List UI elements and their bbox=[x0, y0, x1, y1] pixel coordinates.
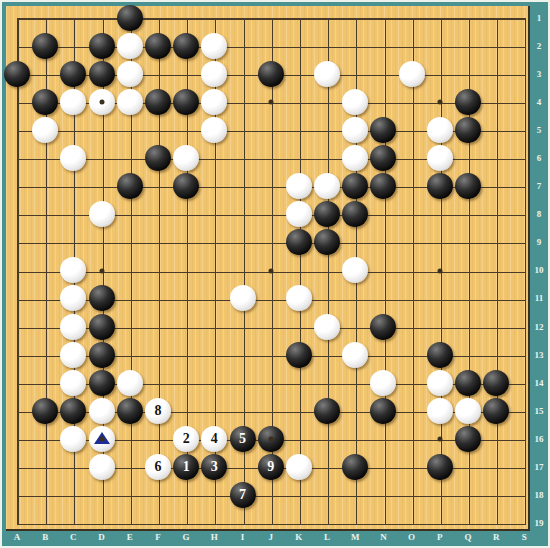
intersection-Q5[interactable] bbox=[454, 116, 482, 144]
intersection-Q16[interactable] bbox=[454, 425, 482, 453]
intersection-G8[interactable] bbox=[172, 200, 200, 228]
intersection-M17[interactable] bbox=[341, 453, 369, 481]
intersection-G2[interactable] bbox=[172, 32, 200, 60]
intersection-Q3[interactable] bbox=[454, 60, 482, 88]
intersection-J12[interactable] bbox=[257, 313, 285, 341]
stone-white-I11[interactable] bbox=[230, 285, 256, 311]
intersection-D5[interactable] bbox=[87, 116, 115, 144]
intersection-B14[interactable] bbox=[31, 369, 59, 397]
intersection-E7[interactable] bbox=[116, 172, 144, 200]
intersection-L18[interactable] bbox=[313, 481, 341, 509]
stone-black-L15[interactable] bbox=[314, 398, 340, 424]
intersection-E6[interactable] bbox=[116, 144, 144, 172]
stone-black-Q7[interactable] bbox=[455, 173, 481, 199]
stone-white-Q15[interactable] bbox=[455, 398, 481, 424]
intersection-I5[interactable] bbox=[228, 116, 256, 144]
stone-black-K9[interactable] bbox=[286, 229, 312, 255]
stone-white-D8[interactable] bbox=[89, 201, 115, 227]
intersection-K12[interactable] bbox=[285, 313, 313, 341]
intersection-L4[interactable] bbox=[313, 88, 341, 116]
intersection-B2[interactable] bbox=[31, 32, 59, 60]
stone-white-C13[interactable] bbox=[60, 342, 86, 368]
intersection-Q1[interactable] bbox=[454, 4, 482, 32]
stone-black-R14[interactable] bbox=[483, 370, 509, 396]
intersection-A7[interactable] bbox=[3, 172, 31, 200]
intersection-B4[interactable] bbox=[31, 88, 59, 116]
intersection-Q6[interactable] bbox=[454, 144, 482, 172]
stone-white-M5[interactable] bbox=[342, 117, 368, 143]
stone-white-M10[interactable] bbox=[342, 257, 368, 283]
intersection-F18[interactable] bbox=[144, 481, 172, 509]
stone-black-P13[interactable] bbox=[427, 342, 453, 368]
intersection-P12[interactable] bbox=[426, 313, 454, 341]
intersection-K14[interactable] bbox=[285, 369, 313, 397]
stone-white-O3[interactable] bbox=[399, 61, 425, 87]
intersection-F12[interactable] bbox=[144, 313, 172, 341]
intersection-M3[interactable] bbox=[341, 60, 369, 88]
intersection-K4[interactable] bbox=[285, 88, 313, 116]
intersection-F8[interactable] bbox=[144, 200, 172, 228]
intersection-J9[interactable] bbox=[257, 228, 285, 256]
intersection-C10[interactable] bbox=[59, 256, 87, 284]
intersection-L15[interactable] bbox=[313, 397, 341, 425]
intersection-F6[interactable] bbox=[144, 144, 172, 172]
intersection-D13[interactable] bbox=[87, 341, 115, 369]
intersection-G10[interactable] bbox=[172, 256, 200, 284]
intersection-H10[interactable] bbox=[200, 256, 228, 284]
intersection-K8[interactable] bbox=[285, 200, 313, 228]
stone-black-Q5[interactable] bbox=[455, 117, 481, 143]
intersection-L17[interactable] bbox=[313, 453, 341, 481]
intersection-C12[interactable] bbox=[59, 313, 87, 341]
stone-white-K17[interactable] bbox=[286, 454, 312, 480]
stone-white-H3[interactable] bbox=[201, 61, 227, 87]
intersection-M11[interactable] bbox=[341, 284, 369, 312]
intersection-O3[interactable] bbox=[398, 60, 426, 88]
intersection-G18[interactable] bbox=[172, 481, 200, 509]
stone-black-C3[interactable] bbox=[60, 61, 86, 87]
intersection-O18[interactable] bbox=[398, 481, 426, 509]
intersection-N12[interactable] bbox=[369, 313, 397, 341]
intersection-F15[interactable]: 8 bbox=[144, 397, 172, 425]
intersection-M6[interactable] bbox=[341, 144, 369, 172]
intersection-N6[interactable] bbox=[369, 144, 397, 172]
stone-black-D3[interactable] bbox=[89, 61, 115, 87]
intersection-F3[interactable] bbox=[144, 60, 172, 88]
intersection-P2[interactable] bbox=[426, 32, 454, 60]
intersection-H17[interactable]: 3 bbox=[200, 453, 228, 481]
intersection-B15[interactable] bbox=[31, 397, 59, 425]
intersection-D14[interactable] bbox=[87, 369, 115, 397]
intersection-Q8[interactable] bbox=[454, 200, 482, 228]
intersection-N4[interactable] bbox=[369, 88, 397, 116]
stone-white-F15[interactable]: 8 bbox=[145, 398, 171, 424]
stone-black-Q16[interactable] bbox=[455, 426, 481, 452]
stone-white-F17[interactable]: 6 bbox=[145, 454, 171, 480]
stone-white-P5[interactable] bbox=[427, 117, 453, 143]
intersection-L14[interactable] bbox=[313, 369, 341, 397]
intersection-B17[interactable] bbox=[31, 453, 59, 481]
intersection-G5[interactable] bbox=[172, 116, 200, 144]
intersection-R7[interactable] bbox=[482, 172, 510, 200]
stone-black-Q14[interactable] bbox=[455, 370, 481, 396]
intersection-J5[interactable] bbox=[257, 116, 285, 144]
stone-black-F2[interactable] bbox=[145, 33, 171, 59]
intersection-M1[interactable] bbox=[341, 4, 369, 32]
stone-white-K8[interactable] bbox=[286, 201, 312, 227]
intersection-R4[interactable] bbox=[482, 88, 510, 116]
intersection-R8[interactable] bbox=[482, 200, 510, 228]
intersection-L10[interactable] bbox=[313, 256, 341, 284]
intersection-N1[interactable] bbox=[369, 4, 397, 32]
intersection-B3[interactable] bbox=[31, 60, 59, 88]
stone-black-B2[interactable] bbox=[32, 33, 58, 59]
intersection-L8[interactable] bbox=[313, 200, 341, 228]
stone-white-C11[interactable] bbox=[60, 285, 86, 311]
intersection-I12[interactable] bbox=[228, 313, 256, 341]
intersection-E8[interactable] bbox=[116, 200, 144, 228]
intersection-P8[interactable] bbox=[426, 200, 454, 228]
intersection-I16[interactable]: 5 bbox=[228, 425, 256, 453]
intersection-C4[interactable] bbox=[59, 88, 87, 116]
intersection-H12[interactable] bbox=[200, 313, 228, 341]
intersection-E17[interactable] bbox=[116, 453, 144, 481]
intersection-P13[interactable] bbox=[426, 341, 454, 369]
intersection-F1[interactable] bbox=[144, 4, 172, 32]
stone-black-M8[interactable] bbox=[342, 201, 368, 227]
stone-white-L12[interactable] bbox=[314, 314, 340, 340]
intersection-N14[interactable] bbox=[369, 369, 397, 397]
intersection-E10[interactable] bbox=[116, 256, 144, 284]
stone-white-K7[interactable] bbox=[286, 173, 312, 199]
stone-white-C16[interactable] bbox=[60, 426, 86, 452]
intersection-H2[interactable] bbox=[200, 32, 228, 60]
intersection-J8[interactable] bbox=[257, 200, 285, 228]
intersection-I4[interactable] bbox=[228, 88, 256, 116]
stone-white-D17[interactable] bbox=[89, 454, 115, 480]
stone-white-C4[interactable] bbox=[60, 89, 86, 115]
intersection-D9[interactable] bbox=[87, 228, 115, 256]
intersection-N13[interactable] bbox=[369, 341, 397, 369]
intersection-B1[interactable] bbox=[31, 4, 59, 32]
intersection-O13[interactable] bbox=[398, 341, 426, 369]
intersection-H4[interactable] bbox=[200, 88, 228, 116]
intersection-K6[interactable] bbox=[285, 144, 313, 172]
intersection-E16[interactable] bbox=[116, 425, 144, 453]
intersection-N10[interactable] bbox=[369, 256, 397, 284]
intersection-O17[interactable] bbox=[398, 453, 426, 481]
intersection-F5[interactable] bbox=[144, 116, 172, 144]
intersection-I2[interactable] bbox=[228, 32, 256, 60]
intersection-G7[interactable] bbox=[172, 172, 200, 200]
intersection-B13[interactable] bbox=[31, 341, 59, 369]
intersection-O7[interactable] bbox=[398, 172, 426, 200]
intersection-G3[interactable] bbox=[172, 60, 200, 88]
intersection-A12[interactable] bbox=[3, 313, 31, 341]
intersection-K11[interactable] bbox=[285, 284, 313, 312]
intersection-C2[interactable] bbox=[59, 32, 87, 60]
intersection-R6[interactable] bbox=[482, 144, 510, 172]
stone-white-B5[interactable] bbox=[32, 117, 58, 143]
intersection-H14[interactable] bbox=[200, 369, 228, 397]
intersection-A13[interactable] bbox=[3, 341, 31, 369]
intersection-M10[interactable] bbox=[341, 256, 369, 284]
stone-white-L7[interactable] bbox=[314, 173, 340, 199]
intersection-R10[interactable] bbox=[482, 256, 510, 284]
stone-black-R15[interactable] bbox=[483, 398, 509, 424]
intersection-Q13[interactable] bbox=[454, 341, 482, 369]
intersection-R9[interactable] bbox=[482, 228, 510, 256]
intersection-M15[interactable] bbox=[341, 397, 369, 425]
intersection-A11[interactable] bbox=[3, 284, 31, 312]
intersection-D8[interactable] bbox=[87, 200, 115, 228]
intersection-N15[interactable] bbox=[369, 397, 397, 425]
intersection-H7[interactable] bbox=[200, 172, 228, 200]
intersection-B16[interactable] bbox=[31, 425, 59, 453]
intersection-C3[interactable] bbox=[59, 60, 87, 88]
intersection-L11[interactable] bbox=[313, 284, 341, 312]
intersection-D2[interactable] bbox=[87, 32, 115, 60]
intersection-R3[interactable] bbox=[482, 60, 510, 88]
intersection-G6[interactable] bbox=[172, 144, 200, 172]
intersection-G12[interactable] bbox=[172, 313, 200, 341]
intersection-D12[interactable] bbox=[87, 313, 115, 341]
stone-black-B4[interactable] bbox=[32, 89, 58, 115]
intersection-H3[interactable] bbox=[200, 60, 228, 88]
intersection-B8[interactable] bbox=[31, 200, 59, 228]
intersection-L2[interactable] bbox=[313, 32, 341, 60]
intersection-D11[interactable] bbox=[87, 284, 115, 312]
intersection-H11[interactable] bbox=[200, 284, 228, 312]
stone-white-G16[interactable]: 2 bbox=[173, 426, 199, 452]
intersection-K15[interactable] bbox=[285, 397, 313, 425]
intersection-C16[interactable] bbox=[59, 425, 87, 453]
stone-black-D12[interactable] bbox=[89, 314, 115, 340]
intersection-F10[interactable] bbox=[144, 256, 172, 284]
stone-black-P7[interactable] bbox=[427, 173, 453, 199]
intersection-J18[interactable] bbox=[257, 481, 285, 509]
intersection-N11[interactable] bbox=[369, 284, 397, 312]
intersection-M5[interactable] bbox=[341, 116, 369, 144]
intersection-A14[interactable] bbox=[3, 369, 31, 397]
intersection-K1[interactable] bbox=[285, 4, 313, 32]
intersection-K13[interactable] bbox=[285, 341, 313, 369]
intersection-H8[interactable] bbox=[200, 200, 228, 228]
stone-black-J3[interactable] bbox=[258, 61, 284, 87]
intersection-H16[interactable]: 4 bbox=[200, 425, 228, 453]
intersection-A8[interactable] bbox=[3, 200, 31, 228]
intersection-C15[interactable] bbox=[59, 397, 87, 425]
intersection-Q15[interactable] bbox=[454, 397, 482, 425]
intersection-G13[interactable] bbox=[172, 341, 200, 369]
intersection-F13[interactable] bbox=[144, 341, 172, 369]
intersection-J6[interactable] bbox=[257, 144, 285, 172]
stone-white-M4[interactable] bbox=[342, 89, 368, 115]
stone-black-D13[interactable] bbox=[89, 342, 115, 368]
intersection-L6[interactable] bbox=[313, 144, 341, 172]
intersection-G11[interactable] bbox=[172, 284, 200, 312]
intersection-O11[interactable] bbox=[398, 284, 426, 312]
intersection-C8[interactable] bbox=[59, 200, 87, 228]
stone-white-E3[interactable] bbox=[117, 61, 143, 87]
intersection-G9[interactable] bbox=[172, 228, 200, 256]
intersection-M9[interactable] bbox=[341, 228, 369, 256]
intersection-Q11[interactable] bbox=[454, 284, 482, 312]
intersection-A1[interactable] bbox=[3, 4, 31, 32]
stone-white-H4[interactable] bbox=[201, 89, 227, 115]
intersection-H13[interactable] bbox=[200, 341, 228, 369]
intersection-I17[interactable] bbox=[228, 453, 256, 481]
intersection-P3[interactable] bbox=[426, 60, 454, 88]
intersection-R14[interactable] bbox=[482, 369, 510, 397]
intersection-K18[interactable] bbox=[285, 481, 313, 509]
intersection-L5[interactable] bbox=[313, 116, 341, 144]
intersection-C18[interactable] bbox=[59, 481, 87, 509]
stone-white-M6[interactable] bbox=[342, 145, 368, 171]
intersection-J7[interactable] bbox=[257, 172, 285, 200]
intersection-O12[interactable] bbox=[398, 313, 426, 341]
stone-black-P17[interactable] bbox=[427, 454, 453, 480]
stone-white-K11[interactable] bbox=[286, 285, 312, 311]
intersection-E11[interactable] bbox=[116, 284, 144, 312]
intersection-C13[interactable] bbox=[59, 341, 87, 369]
intersection-O15[interactable] bbox=[398, 397, 426, 425]
intersection-K10[interactable] bbox=[285, 256, 313, 284]
intersection-E4[interactable] bbox=[116, 88, 144, 116]
stone-white-C14[interactable] bbox=[60, 370, 86, 396]
stone-black-C15[interactable] bbox=[60, 398, 86, 424]
intersection-I10[interactable] bbox=[228, 256, 256, 284]
intersection-E3[interactable] bbox=[116, 60, 144, 88]
stone-white-P6[interactable] bbox=[427, 145, 453, 171]
intersection-L1[interactable] bbox=[313, 4, 341, 32]
intersection-A10[interactable] bbox=[3, 256, 31, 284]
intersection-I1[interactable] bbox=[228, 4, 256, 32]
intersection-A4[interactable] bbox=[3, 88, 31, 116]
intersection-I3[interactable] bbox=[228, 60, 256, 88]
intersection-A2[interactable] bbox=[3, 32, 31, 60]
stone-white-L3[interactable] bbox=[314, 61, 340, 87]
intersection-I11[interactable] bbox=[228, 284, 256, 312]
intersection-I8[interactable] bbox=[228, 200, 256, 228]
stone-black-H17[interactable]: 3 bbox=[201, 454, 227, 480]
stone-black-E7[interactable] bbox=[117, 173, 143, 199]
intersection-P9[interactable] bbox=[426, 228, 454, 256]
stone-black-G4[interactable] bbox=[173, 89, 199, 115]
intersection-B11[interactable] bbox=[31, 284, 59, 312]
intersection-R12[interactable] bbox=[482, 313, 510, 341]
intersection-N8[interactable] bbox=[369, 200, 397, 228]
intersection-A6[interactable] bbox=[3, 144, 31, 172]
stone-black-A3[interactable] bbox=[4, 61, 30, 87]
intersection-D7[interactable] bbox=[87, 172, 115, 200]
intersection-F17[interactable]: 6 bbox=[144, 453, 172, 481]
intersection-G1[interactable] bbox=[172, 4, 200, 32]
intersection-J1[interactable] bbox=[257, 4, 285, 32]
intersection-B5[interactable] bbox=[31, 116, 59, 144]
stone-black-D14[interactable] bbox=[89, 370, 115, 396]
intersection-F2[interactable] bbox=[144, 32, 172, 60]
intersection-P5[interactable] bbox=[426, 116, 454, 144]
intersection-O14[interactable] bbox=[398, 369, 426, 397]
intersection-B9[interactable] bbox=[31, 228, 59, 256]
stone-black-L9[interactable] bbox=[314, 229, 340, 255]
intersection-C7[interactable] bbox=[59, 172, 87, 200]
intersection-O16[interactable] bbox=[398, 425, 426, 453]
intersection-H15[interactable] bbox=[200, 397, 228, 425]
intersection-F11[interactable] bbox=[144, 284, 172, 312]
intersection-O5[interactable] bbox=[398, 116, 426, 144]
intersection-G15[interactable] bbox=[172, 397, 200, 425]
stone-white-G6[interactable] bbox=[173, 145, 199, 171]
intersection-D17[interactable] bbox=[87, 453, 115, 481]
stone-black-I16[interactable]: 5 bbox=[230, 426, 256, 452]
intersection-I15[interactable] bbox=[228, 397, 256, 425]
stone-white-C12[interactable] bbox=[60, 314, 86, 340]
intersection-B10[interactable] bbox=[31, 256, 59, 284]
intersection-G16[interactable]: 2 bbox=[172, 425, 200, 453]
intersection-K9[interactable] bbox=[285, 228, 313, 256]
intersection-N9[interactable] bbox=[369, 228, 397, 256]
stone-white-D15[interactable] bbox=[89, 398, 115, 424]
stone-white-E2[interactable] bbox=[117, 33, 143, 59]
intersection-H1[interactable] bbox=[200, 4, 228, 32]
intersection-F14[interactable] bbox=[144, 369, 172, 397]
intersection-L9[interactable] bbox=[313, 228, 341, 256]
intersection-L3[interactable] bbox=[313, 60, 341, 88]
intersection-M2[interactable] bbox=[341, 32, 369, 60]
intersection-J17[interactable]: 9 bbox=[257, 453, 285, 481]
stone-white-E4[interactable] bbox=[117, 89, 143, 115]
stone-white-M13[interactable] bbox=[342, 342, 368, 368]
intersection-I6[interactable] bbox=[228, 144, 256, 172]
intersection-E18[interactable] bbox=[116, 481, 144, 509]
intersection-N2[interactable] bbox=[369, 32, 397, 60]
stone-black-I18[interactable]: 7 bbox=[230, 482, 256, 508]
intersection-G17[interactable]: 1 bbox=[172, 453, 200, 481]
intersection-A16[interactable] bbox=[3, 425, 31, 453]
intersection-A3[interactable] bbox=[3, 60, 31, 88]
stone-black-G17[interactable]: 1 bbox=[173, 454, 199, 480]
intersection-M16[interactable] bbox=[341, 425, 369, 453]
intersection-E14[interactable] bbox=[116, 369, 144, 397]
intersection-O6[interactable] bbox=[398, 144, 426, 172]
intersection-P18[interactable] bbox=[426, 481, 454, 509]
intersection-J15[interactable] bbox=[257, 397, 285, 425]
intersection-N17[interactable] bbox=[369, 453, 397, 481]
stone-black-D2[interactable] bbox=[89, 33, 115, 59]
intersection-C5[interactable] bbox=[59, 116, 87, 144]
intersection-J2[interactable] bbox=[257, 32, 285, 60]
intersection-F7[interactable] bbox=[144, 172, 172, 200]
intersection-D6[interactable] bbox=[87, 144, 115, 172]
stone-white-P14[interactable] bbox=[427, 370, 453, 396]
intersection-C9[interactable] bbox=[59, 228, 87, 256]
intersection-P15[interactable] bbox=[426, 397, 454, 425]
intersection-B12[interactable] bbox=[31, 313, 59, 341]
intersection-D15[interactable] bbox=[87, 397, 115, 425]
intersection-A15[interactable] bbox=[3, 397, 31, 425]
stone-black-N6[interactable] bbox=[370, 145, 396, 171]
intersection-O8[interactable] bbox=[398, 200, 426, 228]
intersection-L7[interactable] bbox=[313, 172, 341, 200]
stone-black-B15[interactable] bbox=[32, 398, 58, 424]
intersection-A17[interactable] bbox=[3, 453, 31, 481]
intersection-O1[interactable] bbox=[398, 4, 426, 32]
stone-white-C6[interactable] bbox=[60, 145, 86, 171]
intersection-R11[interactable] bbox=[482, 284, 510, 312]
intersection-R18[interactable] bbox=[482, 481, 510, 509]
